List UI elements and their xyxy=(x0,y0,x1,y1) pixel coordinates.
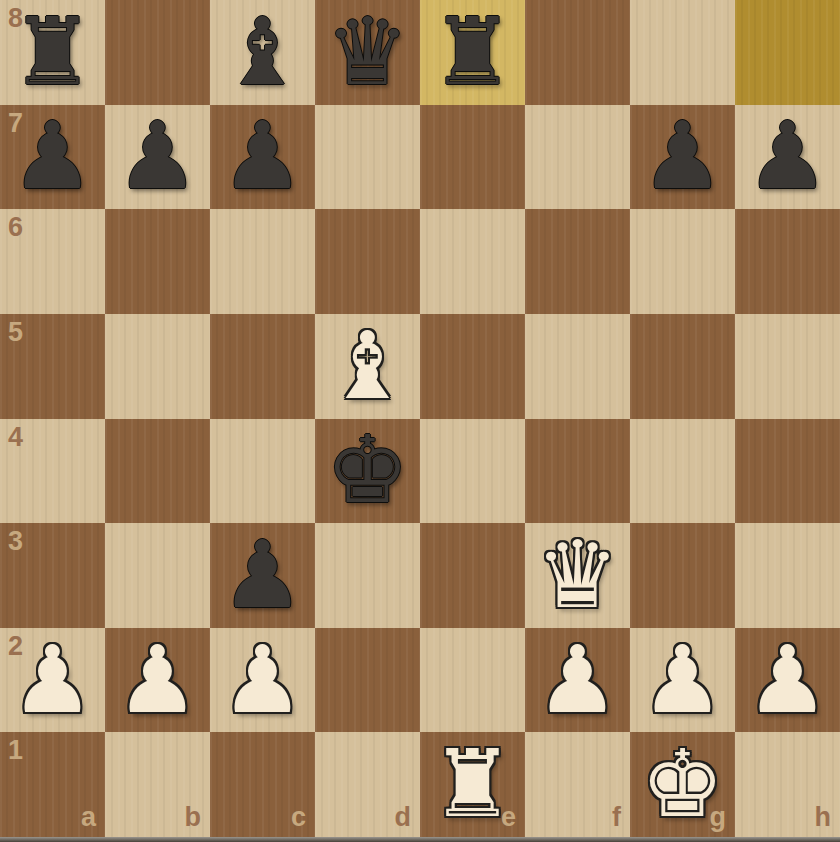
square-f2[interactable]: ♟ xyxy=(525,628,630,733)
rank-label-5: 5 xyxy=(8,319,23,346)
square-c5[interactable] xyxy=(210,314,315,419)
rank-label-6: 6 xyxy=(8,214,23,241)
square-g5[interactable] xyxy=(630,314,735,419)
square-f7[interactable] xyxy=(525,105,630,210)
square-g8[interactable] xyxy=(630,0,735,105)
file-label-a: a xyxy=(81,804,96,831)
file-label-f: f xyxy=(612,804,621,831)
square-c3[interactable]: ♟ xyxy=(210,523,315,628)
square-d6[interactable] xyxy=(315,209,420,314)
black-pawn[interactable]: ♟ xyxy=(630,105,735,210)
square-d4[interactable]: ♚ xyxy=(315,419,420,524)
square-a8[interactable]: 8♜ xyxy=(0,0,105,105)
square-b8[interactable] xyxy=(105,0,210,105)
square-f3[interactable]: ♛ xyxy=(525,523,630,628)
black-bishop[interactable]: ♝ xyxy=(210,0,315,105)
square-g3[interactable] xyxy=(630,523,735,628)
square-d7[interactable] xyxy=(315,105,420,210)
file-label-e: e xyxy=(501,804,516,831)
square-f4[interactable] xyxy=(525,419,630,524)
square-c8[interactable]: ♝ xyxy=(210,0,315,105)
file-label-b: b xyxy=(185,804,202,831)
square-c1[interactable]: c xyxy=(210,732,315,837)
square-b4[interactable] xyxy=(105,419,210,524)
square-c4[interactable] xyxy=(210,419,315,524)
square-c2[interactable]: ♟ xyxy=(210,628,315,733)
white-pawn[interactable]: ♟ xyxy=(525,628,630,733)
black-pawn[interactable]: ♟ xyxy=(210,105,315,210)
square-a3[interactable]: 3 xyxy=(0,523,105,628)
square-b1[interactable]: b xyxy=(105,732,210,837)
rank-label-2: 2 xyxy=(8,633,23,660)
square-e5[interactable] xyxy=(420,314,525,419)
square-h3[interactable] xyxy=(735,523,840,628)
square-e8[interactable]: ♜ xyxy=(420,0,525,105)
square-a6[interactable]: 6 xyxy=(0,209,105,314)
square-a4[interactable]: 4 xyxy=(0,419,105,524)
square-h2[interactable]: ♟ xyxy=(735,628,840,733)
black-pawn[interactable]: ♟ xyxy=(735,105,840,210)
square-g1[interactable]: g♚ xyxy=(630,732,735,837)
square-g6[interactable] xyxy=(630,209,735,314)
square-f6[interactable] xyxy=(525,209,630,314)
square-e1[interactable]: e♜ xyxy=(420,732,525,837)
square-d8[interactable]: ♛ xyxy=(315,0,420,105)
file-label-c: c xyxy=(291,804,306,831)
square-e4[interactable] xyxy=(420,419,525,524)
white-pawn[interactable]: ♟ xyxy=(735,628,840,733)
white-bishop[interactable]: ♝ xyxy=(315,314,420,419)
white-pawn[interactable]: ♟ xyxy=(630,628,735,733)
square-f1[interactable]: f xyxy=(525,732,630,837)
square-d2[interactable] xyxy=(315,628,420,733)
rank-label-8: 8 xyxy=(8,5,23,32)
square-g7[interactable]: ♟ xyxy=(630,105,735,210)
black-pawn[interactable]: ♟ xyxy=(210,523,315,628)
square-b3[interactable] xyxy=(105,523,210,628)
white-pawn[interactable]: ♟ xyxy=(210,628,315,733)
square-a2[interactable]: 2♟ xyxy=(0,628,105,733)
square-b2[interactable]: ♟ xyxy=(105,628,210,733)
black-king[interactable]: ♚ xyxy=(315,419,420,524)
square-f5[interactable] xyxy=(525,314,630,419)
square-a1[interactable]: 1a xyxy=(0,732,105,837)
rank-label-7: 7 xyxy=(8,110,23,137)
square-b5[interactable] xyxy=(105,314,210,419)
square-e7[interactable] xyxy=(420,105,525,210)
chess-board: 8♜♝♛♜7♟♟♟♟♟65♝4♚3♟♛2♟♟♟♟♟♟1abcde♜fg♚h xyxy=(0,0,840,837)
square-f8[interactable] xyxy=(525,0,630,105)
square-h1[interactable]: h xyxy=(735,732,840,837)
square-h7[interactable]: ♟ xyxy=(735,105,840,210)
square-e2[interactable] xyxy=(420,628,525,733)
rank-label-1: 1 xyxy=(8,737,23,764)
square-d5[interactable]: ♝ xyxy=(315,314,420,419)
square-h6[interactable] xyxy=(735,209,840,314)
square-h5[interactable] xyxy=(735,314,840,419)
file-label-g: g xyxy=(710,804,727,831)
square-b6[interactable] xyxy=(105,209,210,314)
black-queen[interactable]: ♛ xyxy=(315,0,420,105)
square-g4[interactable] xyxy=(630,419,735,524)
white-queen[interactable]: ♛ xyxy=(525,523,630,628)
square-e3[interactable] xyxy=(420,523,525,628)
square-a7[interactable]: 7♟ xyxy=(0,105,105,210)
square-d1[interactable]: d xyxy=(315,732,420,837)
square-b7[interactable]: ♟ xyxy=(105,105,210,210)
square-d3[interactable] xyxy=(315,523,420,628)
black-pawn[interactable]: ♟ xyxy=(105,105,210,210)
file-label-h: h xyxy=(815,804,832,831)
file-label-d: d xyxy=(395,804,412,831)
square-h8[interactable] xyxy=(735,0,840,105)
rank-label-4: 4 xyxy=(8,424,23,451)
square-c7[interactable]: ♟ xyxy=(210,105,315,210)
black-rook[interactable]: ♜ xyxy=(420,0,525,105)
square-g2[interactable]: ♟ xyxy=(630,628,735,733)
square-e6[interactable] xyxy=(420,209,525,314)
square-a5[interactable]: 5 xyxy=(0,314,105,419)
chess-board-stage: 8♜♝♛♜7♟♟♟♟♟65♝4♚3♟♛2♟♟♟♟♟♟1abcde♜fg♚h xyxy=(0,0,840,842)
square-h4[interactable] xyxy=(735,419,840,524)
rank-label-3: 3 xyxy=(8,528,23,555)
square-c6[interactable] xyxy=(210,209,315,314)
white-pawn[interactable]: ♟ xyxy=(105,628,210,733)
